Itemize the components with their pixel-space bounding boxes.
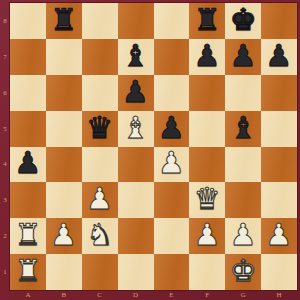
square-h1[interactable] bbox=[261, 254, 297, 290]
square-b4[interactable] bbox=[46, 147, 82, 183]
file-label-c: C bbox=[82, 290, 118, 300]
square-e5[interactable]: ♟ bbox=[154, 111, 190, 147]
square-g4[interactable] bbox=[225, 147, 261, 183]
square-d8[interactable] bbox=[118, 3, 154, 39]
square-b6[interactable] bbox=[46, 75, 82, 111]
square-f8[interactable]: ♜ bbox=[189, 3, 225, 39]
square-c5[interactable]: ♛ bbox=[82, 111, 118, 147]
square-e3[interactable] bbox=[154, 182, 190, 218]
square-a3[interactable] bbox=[10, 182, 46, 218]
white-pawn-piece[interactable]: ♟ bbox=[158, 148, 185, 178]
square-a2[interactable]: ♜ bbox=[10, 218, 46, 254]
black-pawn-piece[interactable]: ♟ bbox=[122, 77, 149, 107]
file-label-g: G bbox=[225, 290, 261, 300]
file-label-d: D bbox=[118, 290, 154, 300]
file-label-h: H bbox=[261, 290, 297, 300]
rank-label-8: 8 bbox=[0, 3, 10, 39]
square-e7[interactable] bbox=[154, 39, 190, 75]
white-rook-piece[interactable]: ♜ bbox=[14, 256, 41, 286]
rank-label-7: 7 bbox=[0, 39, 10, 75]
square-h8[interactable] bbox=[261, 3, 297, 39]
square-e1[interactable] bbox=[154, 254, 190, 290]
square-b2[interactable]: ♟ bbox=[46, 218, 82, 254]
rank-label-5: 5 bbox=[0, 111, 10, 147]
square-f2[interactable]: ♟ bbox=[189, 218, 225, 254]
rank-label-2: 2 bbox=[0, 218, 10, 254]
square-g1[interactable]: ♚ bbox=[225, 254, 261, 290]
square-g7[interactable]: ♟ bbox=[225, 39, 261, 75]
square-g6[interactable] bbox=[225, 75, 261, 111]
rank-label-4: 4 bbox=[0, 147, 10, 183]
black-pawn-piece[interactable]: ♟ bbox=[14, 148, 41, 178]
black-pawn-piece[interactable]: ♟ bbox=[230, 41, 257, 71]
square-d6[interactable]: ♟ bbox=[118, 75, 154, 111]
square-c1[interactable] bbox=[82, 254, 118, 290]
white-knight-piece[interactable]: ♞ bbox=[86, 220, 113, 250]
square-d3[interactable] bbox=[118, 182, 154, 218]
white-pawn-piece[interactable]: ♟ bbox=[50, 220, 77, 250]
rank-label-1: 1 bbox=[0, 254, 10, 290]
chess-board: ♜♜♚♝♟♟♟♟♛♝♟♝♟♟♟♛♜♟♞♟♟♟♜♚ bbox=[10, 3, 297, 290]
square-d4[interactable] bbox=[118, 147, 154, 183]
square-c4[interactable] bbox=[82, 147, 118, 183]
file-label-f: F bbox=[189, 290, 225, 300]
square-f7[interactable]: ♟ bbox=[189, 39, 225, 75]
square-c8[interactable] bbox=[82, 3, 118, 39]
white-king-piece[interactable]: ♚ bbox=[230, 256, 257, 286]
square-b3[interactable] bbox=[46, 182, 82, 218]
rank-label-6: 6 bbox=[0, 75, 10, 111]
black-pawn-piece[interactable]: ♟ bbox=[194, 41, 221, 71]
square-c6[interactable] bbox=[82, 75, 118, 111]
square-e4[interactable]: ♟ bbox=[154, 147, 190, 183]
square-b7[interactable] bbox=[46, 39, 82, 75]
square-f1[interactable] bbox=[189, 254, 225, 290]
square-d7[interactable]: ♝ bbox=[118, 39, 154, 75]
rank-label-3: 3 bbox=[0, 182, 10, 218]
square-h5[interactable] bbox=[261, 111, 297, 147]
square-f5[interactable] bbox=[189, 111, 225, 147]
square-a7[interactable] bbox=[10, 39, 46, 75]
square-d1[interactable] bbox=[118, 254, 154, 290]
white-pawn-piece[interactable]: ♟ bbox=[230, 220, 257, 250]
square-a1[interactable]: ♜ bbox=[10, 254, 46, 290]
square-g3[interactable] bbox=[225, 182, 261, 218]
file-label-b: B bbox=[46, 290, 82, 300]
square-a5[interactable] bbox=[10, 111, 46, 147]
file-labels: ABCDEFGH bbox=[10, 290, 297, 300]
square-a8[interactable] bbox=[10, 3, 46, 39]
square-c2[interactable]: ♞ bbox=[82, 218, 118, 254]
square-g8[interactable]: ♚ bbox=[225, 3, 261, 39]
square-b5[interactable] bbox=[46, 111, 82, 147]
square-a6[interactable] bbox=[10, 75, 46, 111]
square-b1[interactable] bbox=[46, 254, 82, 290]
square-e8[interactable] bbox=[154, 3, 190, 39]
square-h7[interactable]: ♟ bbox=[261, 39, 297, 75]
black-bishop-piece[interactable]: ♝ bbox=[230, 113, 257, 143]
rank-labels: 87654321 bbox=[0, 3, 10, 290]
black-pawn-piece[interactable]: ♟ bbox=[158, 113, 185, 143]
black-rook-piece[interactable]: ♜ bbox=[50, 5, 77, 35]
file-label-e: E bbox=[154, 290, 190, 300]
square-h4[interactable] bbox=[261, 147, 297, 183]
square-h6[interactable] bbox=[261, 75, 297, 111]
square-f3[interactable]: ♛ bbox=[189, 182, 225, 218]
white-pawn-piece[interactable]: ♟ bbox=[86, 184, 113, 214]
white-pawn-piece[interactable]: ♟ bbox=[194, 220, 221, 250]
square-e6[interactable] bbox=[154, 75, 190, 111]
black-bishop-piece[interactable]: ♝ bbox=[122, 41, 149, 71]
file-label-a: A bbox=[10, 290, 46, 300]
black-pawn-piece[interactable]: ♟ bbox=[266, 41, 293, 71]
square-c7[interactable] bbox=[82, 39, 118, 75]
square-b8[interactable]: ♜ bbox=[46, 3, 82, 39]
black-king-piece[interactable]: ♚ bbox=[230, 5, 257, 35]
square-f6[interactable] bbox=[189, 75, 225, 111]
white-pawn-piece[interactable]: ♟ bbox=[266, 220, 293, 250]
square-d5[interactable]: ♝ bbox=[118, 111, 154, 147]
square-g5[interactable]: ♝ bbox=[225, 111, 261, 147]
white-bishop-piece[interactable]: ♝ bbox=[122, 113, 149, 143]
square-f4[interactable] bbox=[189, 147, 225, 183]
chess-board-frame: ♜♜♚♝♟♟♟♟♛♝♟♝♟♟♟♛♜♟♞♟♟♟♜♚ 87654321 ABCDEF… bbox=[0, 0, 300, 300]
square-h2[interactable]: ♟ bbox=[261, 218, 297, 254]
black-queen-piece[interactable]: ♛ bbox=[86, 113, 113, 143]
white-rook-piece[interactable]: ♜ bbox=[14, 220, 41, 250]
black-rook-piece[interactable]: ♜ bbox=[194, 5, 221, 35]
white-queen-piece[interactable]: ♛ bbox=[194, 184, 221, 214]
square-g2[interactable]: ♟ bbox=[225, 218, 261, 254]
square-d2[interactable] bbox=[118, 218, 154, 254]
square-e2[interactable] bbox=[154, 218, 190, 254]
square-a4[interactable]: ♟ bbox=[10, 147, 46, 183]
square-h3[interactable] bbox=[261, 182, 297, 218]
square-c3[interactable]: ♟ bbox=[82, 182, 118, 218]
